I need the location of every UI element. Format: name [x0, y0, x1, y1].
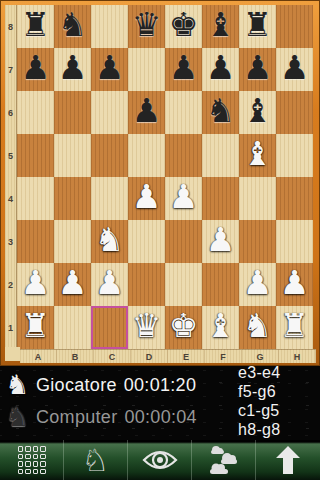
square-e4[interactable]: ♟	[165, 177, 202, 220]
rank-label: 4	[5, 177, 16, 220]
piece-white-bishop: ♝	[243, 134, 273, 174]
file-label: C	[94, 350, 131, 363]
square-d6[interactable]: ♟	[128, 91, 165, 134]
rank-label: 6	[5, 91, 16, 134]
square-a8[interactable]: ♜	[17, 5, 54, 48]
piece-black-bishop: ♝	[206, 5, 236, 45]
square-e7[interactable]: ♟	[165, 48, 202, 91]
move-entry: c1-g5	[238, 401, 280, 420]
square-f6[interactable]: ♞	[202, 91, 239, 134]
player-name: Computer	[36, 407, 117, 428]
eye-icon	[142, 447, 178, 473]
square-h2[interactable]: ♟	[276, 263, 313, 306]
square-d3[interactable]	[128, 220, 165, 263]
file-label: A	[20, 350, 57, 363]
player-clock: 00:01:20	[124, 375, 196, 396]
square-a7[interactable]: ♟	[17, 48, 54, 91]
square-c6[interactable]	[91, 91, 128, 134]
piece-white-pawn: ♟	[58, 263, 88, 303]
piece-white-rook: ♜	[280, 306, 310, 346]
square-a2[interactable]: ♟	[17, 263, 54, 306]
move-list: e3-e4f5-g6c1-g5h8-g8	[238, 363, 280, 439]
square-e1[interactable]: ♚	[165, 306, 202, 349]
grid-icon	[18, 446, 46, 474]
black-knight-icon: ♞	[2, 402, 32, 432]
square-b7[interactable]: ♟	[54, 48, 91, 91]
square-g1[interactable]: ♞	[239, 306, 276, 349]
up-arrow-icon	[275, 445, 301, 475]
piece-white-knight: ♞	[243, 306, 273, 346]
square-d8[interactable]: ♛	[128, 5, 165, 48]
square-h8[interactable]	[276, 5, 313, 48]
square-g5[interactable]: ♝	[239, 134, 276, 177]
piece-white-pawn: ♟	[243, 263, 273, 303]
rank-label: 7	[5, 48, 16, 91]
square-a5[interactable]	[17, 134, 54, 177]
square-e3[interactable]	[165, 220, 202, 263]
move-entry: h8-g8	[238, 420, 280, 439]
toolbar-button-pieces[interactable]: ♘	[64, 440, 128, 480]
info-panel: ♞ Giocatore 00:01:20 ♞ Computer 00:00:04…	[0, 366, 320, 440]
file-label: F	[205, 350, 242, 363]
square-d7[interactable]	[128, 48, 165, 91]
piece-black-pawn: ♟	[206, 48, 236, 88]
player-clocks: ♞ Giocatore 00:01:20 ♞ Computer 00:00:04	[2, 369, 197, 433]
toolbar-button-back[interactable]	[256, 440, 320, 480]
player-name: Giocatore	[36, 375, 117, 396]
square-h6[interactable]	[276, 91, 313, 134]
square-e2[interactable]	[165, 263, 202, 306]
clouds-icon	[206, 444, 242, 476]
toolbar-button-analysis[interactable]	[128, 440, 192, 480]
piece-white-pawn: ♟	[169, 177, 199, 217]
square-c4[interactable]	[91, 177, 128, 220]
square-e8[interactable]: ♚	[165, 5, 202, 48]
piece-black-pawn: ♟	[169, 48, 199, 88]
square-e6[interactable]	[165, 91, 202, 134]
board-grid: ♜♞♛♚♝♜♟♟♟♟♟♟♟♟♞♝♝♟♟♞♟♟♟♟♟♟♜♛♚♝♞♜	[17, 5, 313, 349]
rank-label: 1	[5, 306, 16, 349]
square-h7[interactable]: ♟	[276, 48, 313, 91]
square-g4[interactable]	[239, 177, 276, 220]
piece-white-pawn: ♟	[280, 263, 310, 303]
square-b6[interactable]	[54, 91, 91, 134]
piece-black-pawn: ♟	[58, 48, 88, 88]
square-b5[interactable]	[54, 134, 91, 177]
square-c3[interactable]: ♞	[91, 220, 128, 263]
toolbar: ♘	[0, 440, 320, 480]
square-b2[interactable]: ♟	[54, 263, 91, 306]
square-d2[interactable]	[128, 263, 165, 306]
file-label: G	[242, 350, 279, 363]
square-c7[interactable]: ♟	[91, 48, 128, 91]
piece-white-king: ♚	[169, 306, 199, 346]
square-f3[interactable]: ♟	[202, 220, 239, 263]
square-f5[interactable]	[202, 134, 239, 177]
file-label: E	[168, 350, 205, 363]
file-label: H	[279, 350, 316, 363]
player-clock: 00:00:04	[124, 407, 196, 428]
rank-label: 2	[5, 263, 16, 306]
square-f2[interactable]	[202, 263, 239, 306]
piece-white-bishop: ♝	[206, 306, 236, 346]
piece-white-pawn: ♟	[206, 220, 236, 260]
piece-black-queen: ♛	[132, 5, 162, 45]
piece-black-rook: ♜	[21, 5, 51, 45]
square-a1[interactable]: ♜	[17, 306, 54, 349]
square-a6[interactable]	[17, 91, 54, 134]
piece-white-pawn: ♟	[95, 263, 125, 303]
square-b4[interactable]	[54, 177, 91, 220]
square-c5[interactable]	[91, 134, 128, 177]
square-f1[interactable]: ♝	[202, 306, 239, 349]
piece-white-pawn: ♟	[21, 263, 51, 303]
square-e5[interactable]	[165, 134, 202, 177]
piece-white-queen: ♛	[132, 306, 162, 346]
move-entry: f5-g6	[238, 382, 280, 401]
square-h3[interactable]	[276, 220, 313, 263]
board-corner	[5, 347, 20, 361]
player-row-black: ♞ Computer 00:00:04	[2, 401, 197, 433]
rank-label: 3	[5, 220, 16, 263]
square-c2[interactable]: ♟	[91, 263, 128, 306]
square-h1[interactable]: ♜	[276, 306, 313, 349]
piece-white-knight: ♞	[95, 220, 125, 260]
square-g8[interactable]: ♜	[239, 5, 276, 48]
square-f8[interactable]: ♝	[202, 5, 239, 48]
toolbar-button-scene[interactable]	[192, 440, 256, 480]
piece-black-rook: ♜	[243, 5, 273, 45]
square-d1[interactable]: ♛	[128, 306, 165, 349]
rank-labels: 87654321	[5, 5, 17, 349]
square-b8[interactable]: ♞	[54, 5, 91, 48]
chess-board: 87654321 ♜♞♛♚♝♜♟♟♟♟♟♟♟♟♞♝♝♟♟♞♟♟♟♟♟♟♜♛♚♝♞…	[0, 0, 320, 366]
piece-white-pawn: ♟	[132, 177, 162, 217]
piece-white-rook: ♜	[21, 306, 51, 346]
rank-label: 8	[5, 5, 16, 48]
piece-black-knight: ♞	[206, 91, 236, 131]
square-g3[interactable]	[239, 220, 276, 263]
square-a4[interactable]	[17, 177, 54, 220]
file-label: D	[131, 350, 168, 363]
square-b3[interactable]	[54, 220, 91, 263]
move-entry: e3-e4	[238, 363, 280, 382]
square-h5[interactable]	[276, 134, 313, 177]
square-c8[interactable]	[91, 5, 128, 48]
square-g6[interactable]: ♝	[239, 91, 276, 134]
piece-black-king: ♚	[169, 5, 199, 45]
piece-black-bishop: ♝	[243, 91, 273, 131]
player-row-white: ♞ Giocatore 00:01:20	[2, 369, 197, 401]
piece-black-pawn: ♟	[95, 48, 125, 88]
square-f7[interactable]: ♟	[202, 48, 239, 91]
square-f4[interactable]	[202, 177, 239, 220]
square-h4[interactable]	[276, 177, 313, 220]
file-labels: ABCDEFGH	[20, 349, 316, 363]
piece-black-pawn: ♟	[132, 91, 162, 131]
knight-icon: ♘	[82, 443, 110, 477]
piece-black-knight: ♞	[58, 5, 88, 45]
square-a3[interactable]	[17, 220, 54, 263]
white-knight-icon: ♞	[2, 370, 32, 400]
square-g2[interactable]: ♟	[239, 263, 276, 306]
piece-black-pawn: ♟	[243, 48, 273, 88]
piece-black-pawn: ♟	[21, 48, 51, 88]
square-c1[interactable]	[91, 306, 128, 349]
square-d4[interactable]: ♟	[128, 177, 165, 220]
square-b1[interactable]	[54, 306, 91, 349]
piece-black-pawn: ♟	[280, 48, 310, 88]
square-d5[interactable]	[128, 134, 165, 177]
rank-label: 5	[5, 134, 16, 177]
square-g7[interactable]: ♟	[239, 48, 276, 91]
toolbar-button-board[interactable]	[0, 440, 64, 480]
file-label: B	[57, 350, 94, 363]
